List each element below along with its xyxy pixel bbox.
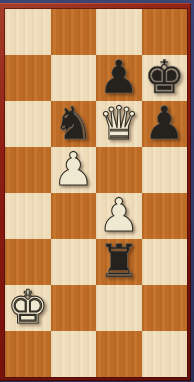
square-r1c1[interactable]: [5, 9, 51, 55]
black-knight[interactable]: ♞: [53, 100, 94, 146]
black-pawn[interactable]: ♟: [98, 54, 139, 100]
square-r2c3[interactable]: ♟: [96, 55, 142, 101]
square-r6c2[interactable]: [51, 239, 97, 285]
white-pawn[interactable]: ♟: [53, 146, 94, 192]
black-pawn[interactable]: ♟: [144, 100, 185, 146]
square-r2c1[interactable]: [5, 55, 51, 101]
square-r1c4[interactable]: [142, 9, 188, 55]
square-r7c3[interactable]: [96, 285, 142, 331]
square-r3c4[interactable]: ♟: [142, 101, 188, 147]
square-r7c4[interactable]: [142, 285, 188, 331]
chess-board: ♟♚♞♛♟♟♟♜♚: [5, 9, 187, 377]
square-r8c3[interactable]: [96, 331, 142, 377]
square-r4c2[interactable]: ♟: [51, 147, 97, 193]
square-r5c3[interactable]: ♟: [96, 193, 142, 239]
white-pawn[interactable]: ♟: [98, 192, 139, 238]
square-r3c3[interactable]: ♛: [96, 101, 142, 147]
square-r2c2[interactable]: [51, 55, 97, 101]
square-r5c2[interactable]: [51, 193, 97, 239]
square-r2c4[interactable]: ♚: [142, 55, 188, 101]
square-r4c3[interactable]: [96, 147, 142, 193]
square-r4c1[interactable]: [5, 147, 51, 193]
square-r6c4[interactable]: [142, 239, 188, 285]
square-r5c1[interactable]: [5, 193, 51, 239]
square-r8c2[interactable]: [51, 331, 97, 377]
white-king[interactable]: ♚: [7, 284, 48, 330]
square-r6c3[interactable]: ♜: [96, 239, 142, 285]
square-r1c2[interactable]: [51, 9, 97, 55]
square-r8c4[interactable]: [142, 331, 188, 377]
square-r3c2[interactable]: ♞: [51, 101, 97, 147]
square-r5c4[interactable]: [142, 193, 188, 239]
white-queen[interactable]: ♛: [98, 100, 139, 146]
black-king[interactable]: ♚: [144, 54, 185, 100]
black-rook[interactable]: ♜: [98, 238, 139, 284]
square-r3c1[interactable]: [5, 101, 51, 147]
square-r7c1[interactable]: ♚: [5, 285, 51, 331]
square-r4c4[interactable]: [142, 147, 188, 193]
square-r1c3[interactable]: [96, 9, 142, 55]
square-r7c2[interactable]: [51, 285, 97, 331]
square-r6c1[interactable]: [5, 239, 51, 285]
square-r8c1[interactable]: [5, 331, 51, 377]
